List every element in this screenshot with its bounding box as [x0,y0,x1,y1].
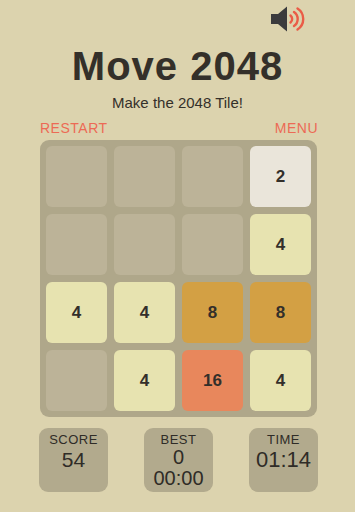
board-cell-r2c2 [114,214,175,275]
board-cell-r4c4: 4 [250,350,311,411]
speaker-sound-on-icon [270,5,306,33]
app-window: Move 2048 Make the 2048 Tile! RESTART ME… [0,0,355,512]
board-cell-r2c3 [182,214,243,275]
score-label: SCORE [39,432,108,447]
board-cell-r4c2: 4 [114,350,175,411]
board-cell-r3c3: 8 [182,282,243,343]
scoreboard: SCORE 54 BEST 0 00:00 TIME 01:14 [39,428,318,492]
sound-toggle-button[interactable] [270,5,306,33]
score-panel: SCORE 54 [39,428,108,492]
board-cell-r3c1: 4 [46,282,107,343]
board-cell-r3c2: 4 [114,282,175,343]
time-label: TIME [249,432,318,447]
board-cell-r4c1 [46,350,107,411]
board-cell-r1c2 [114,146,175,207]
board-cell-r1c3 [182,146,243,207]
best-time-value: 00:00 [144,468,213,489]
score-value: 54 [39,449,108,471]
page-subtitle: Make the 2048 Tile! [0,94,355,112]
best-panel: BEST 0 00:00 [144,428,213,492]
board-cell-r4c3: 16 [182,350,243,411]
board-cell-r1c1 [46,146,107,207]
time-panel: TIME 01:14 [249,428,318,492]
time-value: 01:14 [249,449,318,471]
board-cell-r2c4: 4 [250,214,311,275]
board-cell-r1c4: 2 [250,146,311,207]
menu-button[interactable]: MENU [275,120,318,136]
best-label: BEST [144,432,213,447]
board-cell-r3c4: 8 [250,282,311,343]
restart-button[interactable]: RESTART [40,120,108,136]
menu-row: RESTART MENU [40,120,318,136]
board-cell-r2c1 [46,214,107,275]
game-board[interactable]: 2 4 4 4 8 8 4 16 4 [40,140,317,417]
best-score-value: 0 [144,447,213,468]
page-title: Move 2048 [0,40,355,92]
